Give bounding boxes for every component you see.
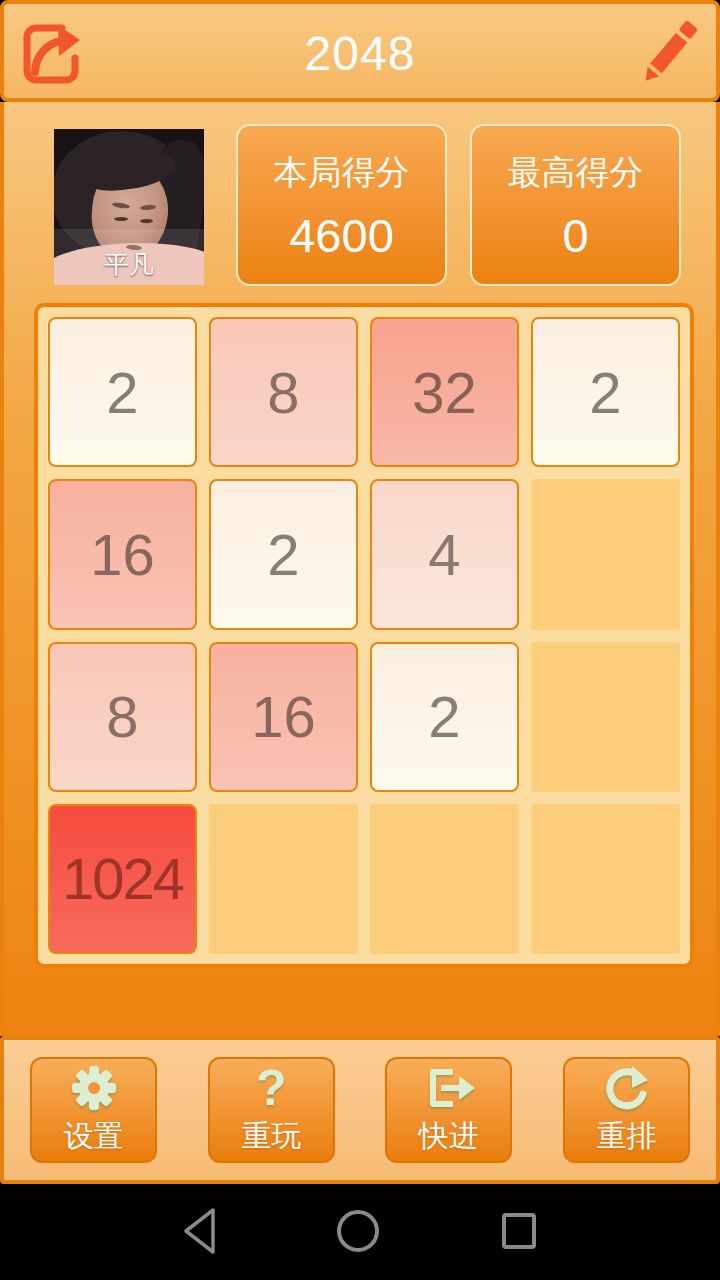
empty-cell-r3c4	[531, 642, 680, 792]
tile-2-r3c3: 2	[370, 642, 519, 792]
game-board[interactable]: 28322162481621024	[34, 303, 694, 968]
current-score-label: 本局得分	[274, 150, 410, 196]
settings-button[interactable]: 设置	[30, 1057, 157, 1163]
tile-2-r2c2: 2	[209, 479, 358, 629]
gear-icon	[70, 1064, 118, 1112]
empty-cell-r4c3	[370, 804, 519, 954]
tile-16-r3c2: 16	[209, 642, 358, 792]
tile-4-r2c3: 4	[370, 479, 519, 629]
avatar-art	[140, 219, 153, 223]
settings-label: 设置	[64, 1116, 124, 1157]
fast-forward-button[interactable]: 快进	[385, 1057, 512, 1163]
best-score-label: 最高得分	[508, 150, 644, 196]
bottom-toolbar: 设置 ? 重玩 快进 重排	[0, 1036, 720, 1184]
player-name: 平凡	[54, 248, 204, 281]
replay-button[interactable]: ? 重玩	[208, 1057, 335, 1163]
tile-8-r3c1: 8	[48, 642, 197, 792]
back-button[interactable]	[170, 1184, 230, 1280]
best-score-box: 最高得分 0	[470, 124, 681, 286]
shuffle-label: 重排	[596, 1116, 656, 1157]
header-bar: 2048	[0, 0, 720, 102]
question-icon: ?	[256, 1064, 287, 1112]
tile-16-r2c1: 16	[48, 479, 197, 629]
pencil-icon	[638, 74, 700, 89]
fast-forward-icon	[423, 1064, 475, 1112]
empty-cell-r2c4	[531, 479, 680, 629]
edit-button[interactable]	[638, 18, 700, 86]
home-icon	[334, 1207, 382, 1258]
current-score-box: 本局得分 4600	[236, 124, 447, 286]
empty-cell-r4c4	[531, 804, 680, 954]
tile-1024-r4c1: 1024	[48, 804, 197, 954]
tile-2-r1c4: 2	[531, 317, 680, 467]
best-score-value: 0	[562, 208, 588, 263]
tile-8-r1c2: 8	[209, 317, 358, 467]
current-score-value: 4600	[289, 208, 394, 263]
app-screen: 2048	[0, 0, 720, 1280]
empty-cell-r4c2	[209, 804, 358, 954]
page-title: 2048	[4, 4, 716, 102]
recents-icon	[499, 1209, 539, 1256]
main-area: 平凡 本局得分 4600 最高得分 0 28322162481621024	[0, 102, 720, 1036]
home-button[interactable]	[328, 1184, 388, 1280]
fast-forward-label: 快进	[419, 1116, 479, 1157]
android-nav-bar	[0, 1184, 720, 1280]
replay-label: 重玩	[241, 1116, 301, 1157]
avatar[interactable]: 平凡	[54, 129, 204, 285]
shuffle-icon	[602, 1064, 650, 1112]
shuffle-button[interactable]: 重排	[563, 1057, 690, 1163]
back-icon	[180, 1207, 220, 1258]
avatar-art	[114, 217, 128, 221]
tile-2-r1c1: 2	[48, 317, 197, 467]
tile-32-r1c3: 32	[370, 317, 519, 467]
recents-button[interactable]	[489, 1184, 549, 1280]
